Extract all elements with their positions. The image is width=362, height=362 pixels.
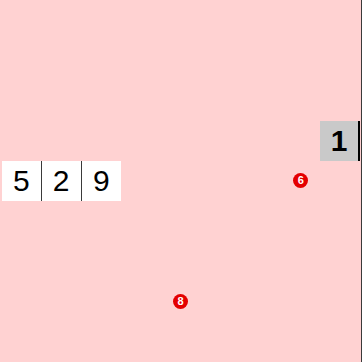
empty-slot xyxy=(120,0,240,121)
solved-digit: 5 xyxy=(13,166,30,196)
cell-r9c6[interactable]: 1 xyxy=(320,121,360,161)
empty-slot xyxy=(120,121,240,242)
solved-digit: 9 xyxy=(93,166,110,196)
cell-r9c7[interactable]: 5 xyxy=(2,161,42,201)
empty-slot xyxy=(0,241,120,362)
circled-candidate-6: 6 xyxy=(293,173,308,188)
cell-r9c9[interactable]: 9 xyxy=(82,161,122,201)
candidate-slot-8: 8 xyxy=(120,241,240,362)
empty-slot xyxy=(241,0,361,121)
empty-slot xyxy=(0,0,120,121)
given-digit: 1 xyxy=(331,126,348,156)
empty-slot xyxy=(241,241,361,362)
sudoku-board: 7947921356568135131321358135894713561361… xyxy=(0,0,362,362)
circled-candidate-8: 8 xyxy=(173,294,188,309)
cell-r9c8[interactable]: 2 xyxy=(42,161,82,201)
solved-digit: 2 xyxy=(53,166,70,196)
